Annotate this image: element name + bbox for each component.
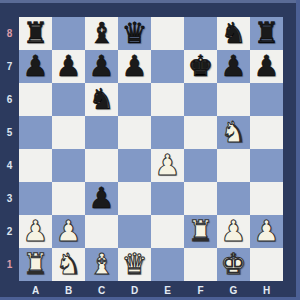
square-c3[interactable]: ♟ bbox=[85, 182, 118, 215]
file-label-e: E bbox=[151, 283, 184, 297]
square-d4[interactable] bbox=[118, 149, 151, 182]
square-d7[interactable]: ♟ bbox=[118, 50, 151, 83]
square-c1[interactable]: ♝ bbox=[85, 248, 118, 281]
piece-black-pawn: ♟ bbox=[89, 50, 115, 83]
square-a6[interactable] bbox=[19, 83, 52, 116]
square-e2[interactable] bbox=[151, 215, 184, 248]
square-c5[interactable] bbox=[85, 116, 118, 149]
square-b3[interactable] bbox=[52, 182, 85, 215]
square-f3[interactable] bbox=[184, 182, 217, 215]
frame-bevel-right bbox=[296, 0, 300, 300]
square-d1[interactable]: ♛ bbox=[118, 248, 151, 281]
piece-black-rook: ♜ bbox=[254, 17, 280, 50]
square-b1[interactable]: ♞ bbox=[52, 248, 85, 281]
piece-white-pawn: ♟ bbox=[155, 149, 181, 182]
square-e3[interactable] bbox=[151, 182, 184, 215]
rank-label-7: 7 bbox=[0, 50, 19, 83]
square-g8[interactable]: ♞ bbox=[217, 17, 250, 50]
rank-label-5: 5 bbox=[0, 116, 19, 149]
square-e6[interactable] bbox=[151, 83, 184, 116]
piece-white-knight: ♞ bbox=[221, 116, 247, 149]
piece-black-pawn: ♟ bbox=[254, 50, 280, 83]
square-f5[interactable] bbox=[184, 116, 217, 149]
piece-white-pawn: ♟ bbox=[23, 215, 49, 248]
file-label-h: H bbox=[250, 283, 283, 297]
rank-label-6: 6 bbox=[0, 83, 19, 116]
square-g6[interactable] bbox=[217, 83, 250, 116]
square-h5[interactable] bbox=[250, 116, 283, 149]
square-f2[interactable]: ♜ bbox=[184, 215, 217, 248]
square-g1[interactable]: ♚ bbox=[217, 248, 250, 281]
square-h2[interactable]: ♟ bbox=[250, 215, 283, 248]
rank-label-4: 4 bbox=[0, 149, 19, 182]
piece-black-bishop: ♝ bbox=[89, 17, 115, 50]
square-f1[interactable] bbox=[184, 248, 217, 281]
square-f6[interactable] bbox=[184, 83, 217, 116]
frame-bevel-top bbox=[0, 0, 300, 3]
square-g2[interactable]: ♟ bbox=[217, 215, 250, 248]
square-g4[interactable] bbox=[217, 149, 250, 182]
piece-black-pawn: ♟ bbox=[56, 50, 82, 83]
square-h3[interactable] bbox=[250, 182, 283, 215]
chess-board: ♜♝♛♞♜♟♟♟♟♚♟♟♞♞♟♟♟♟♜♟♟♜♞♝♛♚ bbox=[19, 17, 283, 281]
square-h4[interactable] bbox=[250, 149, 283, 182]
square-a7[interactable]: ♟ bbox=[19, 50, 52, 83]
piece-black-pawn: ♟ bbox=[89, 182, 115, 215]
square-h6[interactable] bbox=[250, 83, 283, 116]
square-c6[interactable]: ♞ bbox=[85, 83, 118, 116]
piece-white-knight: ♞ bbox=[56, 248, 82, 281]
rank-label-3: 3 bbox=[0, 182, 19, 215]
piece-white-bishop: ♝ bbox=[89, 248, 115, 281]
file-label-d: D bbox=[118, 283, 151, 297]
piece-black-king: ♚ bbox=[188, 50, 214, 83]
square-b4[interactable] bbox=[52, 149, 85, 182]
chess-diagram: ♜♝♛♞♜♟♟♟♟♚♟♟♞♞♟♟♟♟♜♟♟♜♞♝♛♚ 87654321ABCDE… bbox=[0, 0, 300, 300]
square-a4[interactable] bbox=[19, 149, 52, 182]
square-c4[interactable] bbox=[85, 149, 118, 182]
square-g3[interactable] bbox=[217, 182, 250, 215]
piece-white-rook: ♜ bbox=[188, 215, 214, 248]
rank-label-8: 8 bbox=[0, 17, 19, 50]
piece-black-pawn: ♟ bbox=[221, 50, 247, 83]
square-a3[interactable] bbox=[19, 182, 52, 215]
square-h1[interactable] bbox=[250, 248, 283, 281]
file-label-a: A bbox=[19, 283, 52, 297]
file-label-c: C bbox=[85, 283, 118, 297]
square-c7[interactable]: ♟ bbox=[85, 50, 118, 83]
piece-black-knight: ♞ bbox=[89, 83, 115, 116]
piece-white-king: ♚ bbox=[221, 248, 247, 281]
square-c8[interactable]: ♝ bbox=[85, 17, 118, 50]
square-e8[interactable] bbox=[151, 17, 184, 50]
file-label-g: G bbox=[217, 283, 250, 297]
square-b5[interactable] bbox=[52, 116, 85, 149]
square-f8[interactable] bbox=[184, 17, 217, 50]
square-g7[interactable]: ♟ bbox=[217, 50, 250, 83]
square-e7[interactable] bbox=[151, 50, 184, 83]
square-a1[interactable]: ♜ bbox=[19, 248, 52, 281]
piece-black-rook: ♜ bbox=[23, 17, 49, 50]
square-a8[interactable]: ♜ bbox=[19, 17, 52, 50]
square-g5[interactable]: ♞ bbox=[217, 116, 250, 149]
file-label-f: F bbox=[184, 283, 217, 297]
square-b6[interactable] bbox=[52, 83, 85, 116]
piece-white-pawn: ♟ bbox=[221, 215, 247, 248]
square-h8[interactable]: ♜ bbox=[250, 17, 283, 50]
piece-black-knight: ♞ bbox=[221, 17, 247, 50]
square-c2[interactable] bbox=[85, 215, 118, 248]
square-h7[interactable]: ♟ bbox=[250, 50, 283, 83]
square-d6[interactable] bbox=[118, 83, 151, 116]
square-e4[interactable]: ♟ bbox=[151, 149, 184, 182]
piece-black-queen: ♛ bbox=[122, 17, 148, 50]
piece-white-pawn: ♟ bbox=[56, 215, 82, 248]
square-b8[interactable] bbox=[52, 17, 85, 50]
square-d8[interactable]: ♛ bbox=[118, 17, 151, 50]
rank-label-2: 2 bbox=[0, 215, 19, 248]
square-a2[interactable]: ♟ bbox=[19, 215, 52, 248]
square-d5[interactable] bbox=[118, 116, 151, 149]
square-b2[interactable]: ♟ bbox=[52, 215, 85, 248]
piece-black-pawn: ♟ bbox=[122, 50, 148, 83]
piece-white-queen: ♛ bbox=[122, 248, 148, 281]
square-e5[interactable] bbox=[151, 116, 184, 149]
square-a5[interactable] bbox=[19, 116, 52, 149]
square-f4[interactable] bbox=[184, 149, 217, 182]
piece-white-rook: ♜ bbox=[23, 248, 49, 281]
square-e1[interactable] bbox=[151, 248, 184, 281]
square-d2[interactable] bbox=[118, 215, 151, 248]
piece-white-pawn: ♟ bbox=[254, 215, 280, 248]
square-d3[interactable] bbox=[118, 182, 151, 215]
rank-label-1: 1 bbox=[0, 248, 19, 281]
piece-black-pawn: ♟ bbox=[23, 50, 49, 83]
square-f7[interactable]: ♚ bbox=[184, 50, 217, 83]
file-label-b: B bbox=[52, 283, 85, 297]
square-b7[interactable]: ♟ bbox=[52, 50, 85, 83]
